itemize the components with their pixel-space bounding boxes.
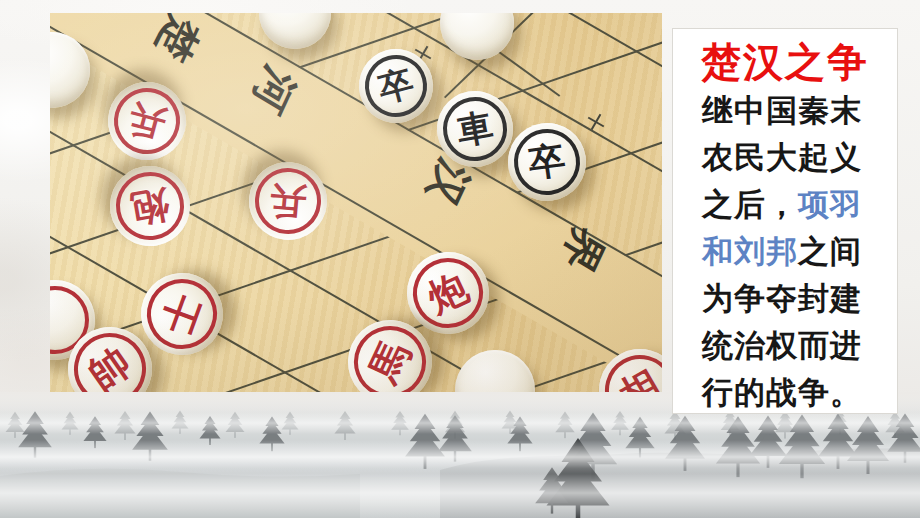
- xiangqi-board-photo: 楚 河 汉 界 卒 兵 車 卒 兵 炮 炮 士 馬 帥 相: [50, 13, 662, 396]
- presentation-slide: 楚 河 汉 界 卒 兵 車 卒 兵 炮 炮 士 馬 帥 相 楚汉之争 继中国秦末…: [0, 0, 920, 518]
- panel-title: 楚汉之争: [673, 39, 897, 85]
- panel-body: 继中国秦末农民大起义之后，项羽和刘邦之间为争夺封建统治权而进行的战争。: [702, 87, 868, 416]
- text-panel: 楚汉之争 继中国秦末农民大起义之后，项羽和刘邦之间为争夺封建统治权而进行的战争。: [672, 28, 898, 414]
- piece-glyph: 兵: [268, 181, 308, 221]
- piece-glyph: 卒: [526, 141, 567, 182]
- piece-glyph: 車: [454, 108, 495, 149]
- piece-glyph: 帥: [83, 342, 138, 396]
- piece-glyph: 炮: [128, 184, 172, 228]
- piece-glyph: 馬: [364, 336, 416, 388]
- piece-glyph: 士: [157, 289, 206, 338]
- piece-glyph: 兵: [125, 99, 170, 144]
- piece-glyph: 炮: [422, 267, 473, 318]
- piece-glyph: 卒: [375, 65, 418, 108]
